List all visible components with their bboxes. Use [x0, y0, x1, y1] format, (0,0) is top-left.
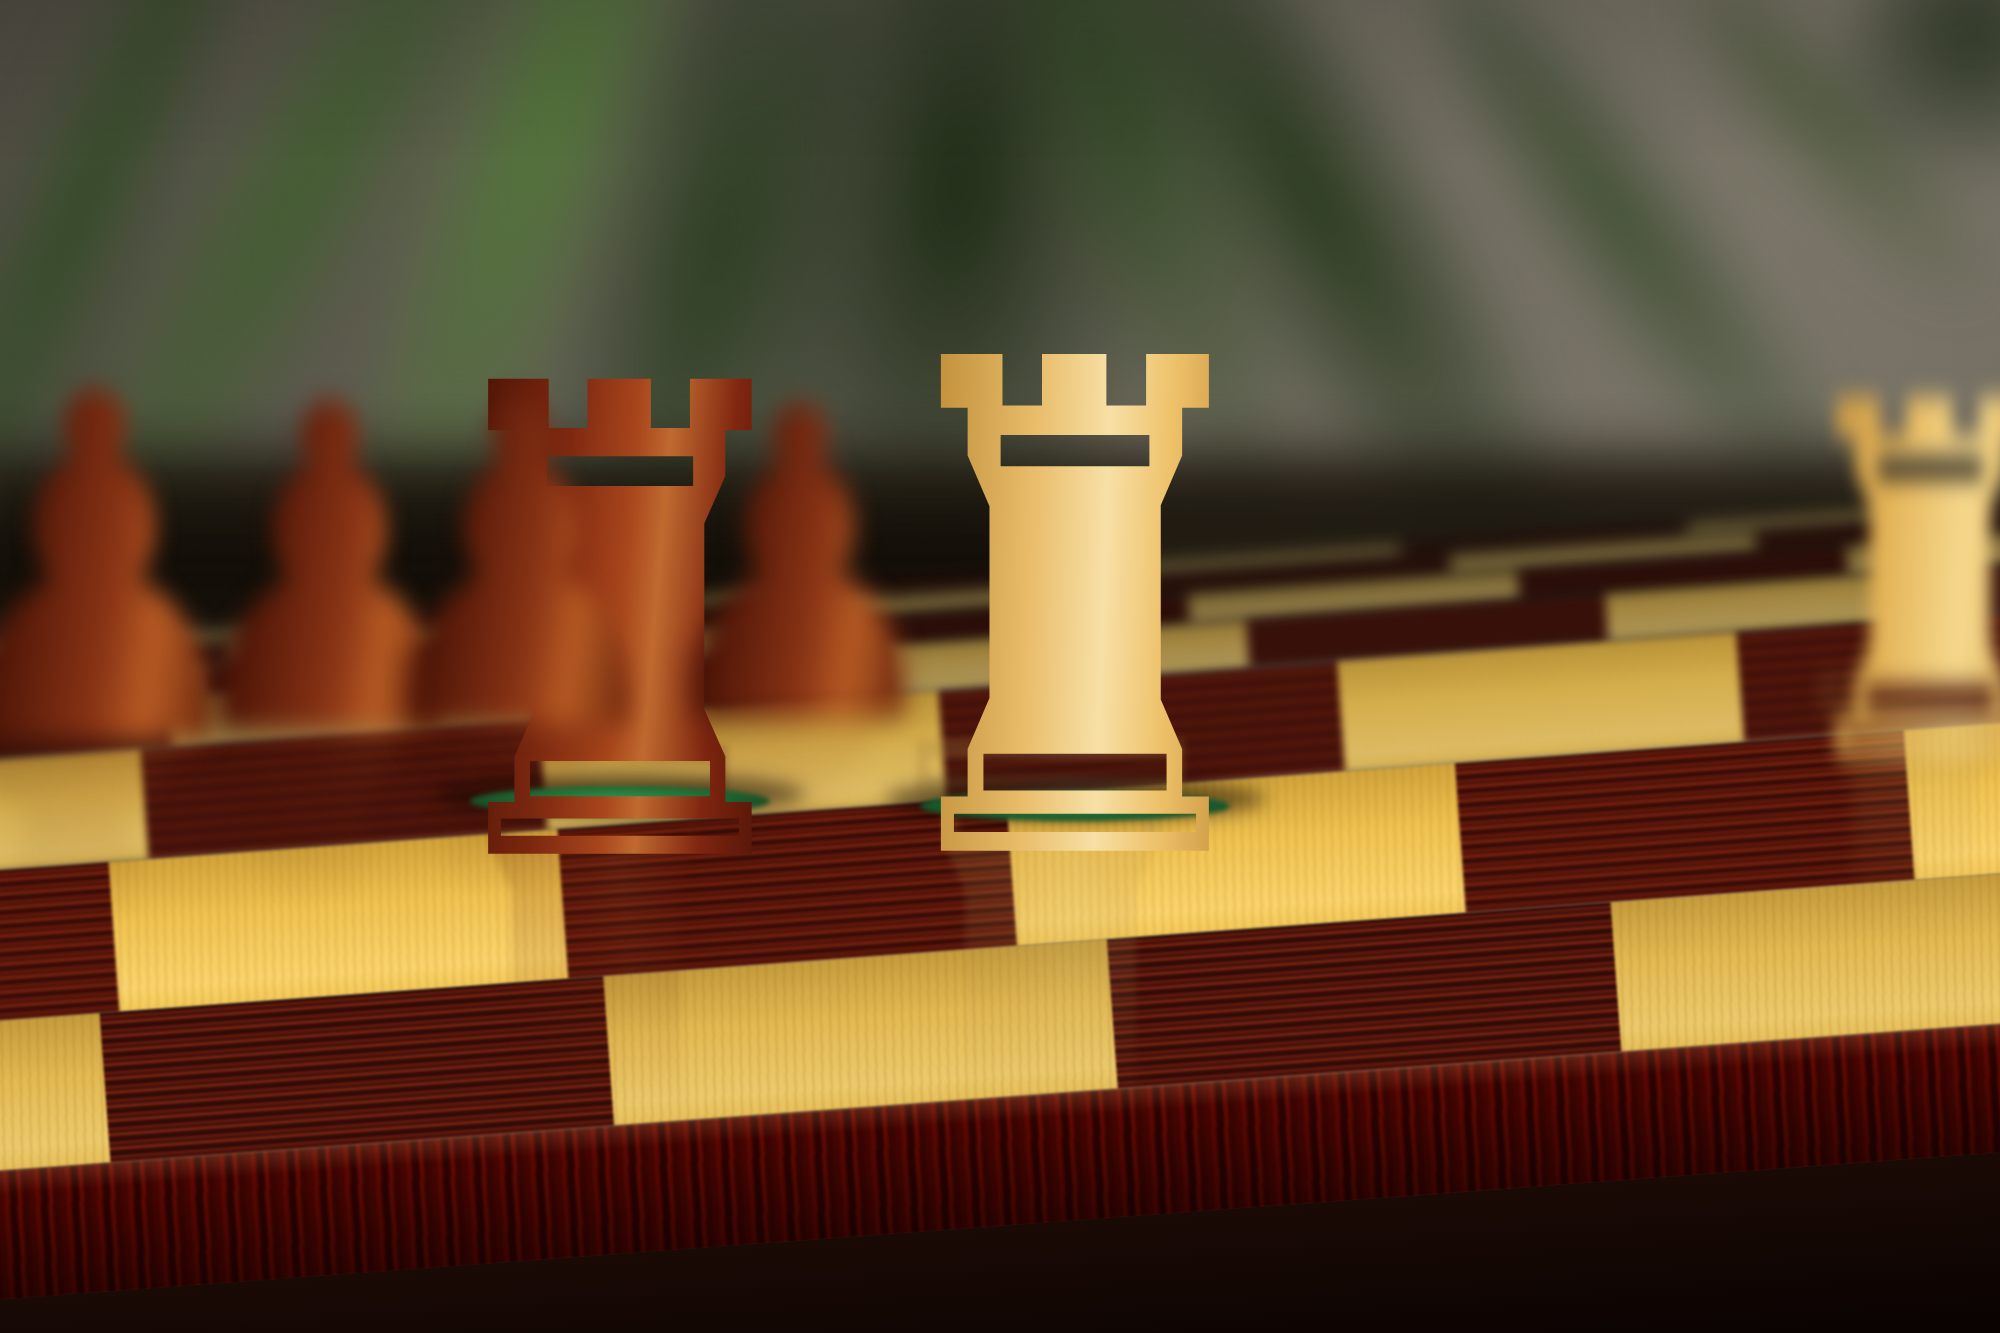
- photo-stage: ♜♜♜♜♟♟♟♟♟♟♟♟♜♜: [0, 0, 2000, 1333]
- red-pawn-glyph: ♟: [642, 318, 958, 818]
- white-rook-glyph: ♜: [1781, 300, 2000, 871]
- red-pawn-4: ♟: [642, 353, 958, 783]
- white-piece-right: ♜: [1781, 341, 2000, 831]
